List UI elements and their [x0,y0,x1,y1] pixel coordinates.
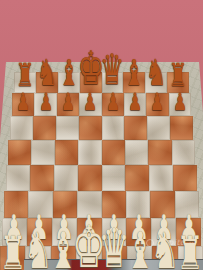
square-f6[interactable] [124,116,147,140]
square-f4[interactable] [125,165,149,191]
square-d5[interactable] [78,140,101,165]
piece-orange-pawn-d7[interactable]: ♟ [83,90,97,114]
piece-orange-pawn-a7[interactable]: ♟ [16,90,30,114]
square-a4[interactable] [6,165,30,191]
square-e6[interactable] [102,116,125,140]
piece-orange-pawn-b7[interactable]: ♟ [39,90,53,114]
piece-orange-knight-b8[interactable]: ♞ [36,55,57,91]
piece-orange-pawn-h7[interactable]: ♟ [173,90,187,114]
square-g5[interactable] [148,140,171,165]
piece-orange-bishop-c8[interactable]: ♝ [58,55,79,91]
square-f5[interactable] [125,140,148,165]
square-b4[interactable] [30,165,54,191]
photo-chessboard-scene: ♜♞♝♚♛♝♞♜♟♟♟♟♟♟♟♟♟♟♟♟♟♟♟♟♜♞♝♚♛♝♞♜ Subito.… [0,0,203,270]
piece-orange-pawn-g7[interactable]: ♟ [150,90,164,114]
piece-orange-rook-a8[interactable]: ♜ [16,59,35,91]
square-h4[interactable] [173,165,197,191]
piece-orange-pawn-e7[interactable]: ♟ [106,90,120,114]
piece-orange-bishop-f8[interactable]: ♝ [124,55,145,91]
square-b5[interactable] [31,140,54,165]
piece-orange-knight-g8[interactable]: ♞ [146,55,167,91]
square-b6[interactable] [33,116,56,140]
board-rank-6 [10,116,193,140]
square-a6[interactable] [10,116,33,140]
square-a5[interactable] [8,140,31,165]
square-d6[interactable] [79,116,102,140]
piece-cream-rook-a1[interactable]: ♜ [0,230,26,270]
square-d4[interactable] [78,165,102,191]
square-c4[interactable] [54,165,78,191]
piece-cream-rook-h1[interactable]: ♜ [177,230,203,270]
board-rank-5 [8,140,195,165]
piece-orange-queen-e8[interactable]: ♛ [100,49,124,91]
square-c6[interactable] [56,116,79,140]
piece-orange-pawn-c7[interactable]: ♟ [61,90,75,114]
square-e4[interactable] [102,165,126,191]
square-c5[interactable] [55,140,78,165]
square-g6[interactable] [147,116,170,140]
piece-cream-knight-g1[interactable]: ♞ [150,226,179,270]
square-h5[interactable] [172,140,195,165]
board-rank-4 [6,165,197,191]
square-g4[interactable] [149,165,173,191]
square-e5[interactable] [102,140,125,165]
square-h6[interactable] [170,116,193,140]
piece-orange-rook-h8[interactable]: ♜ [169,59,188,91]
piece-orange-pawn-f7[interactable]: ♟ [128,90,142,114]
